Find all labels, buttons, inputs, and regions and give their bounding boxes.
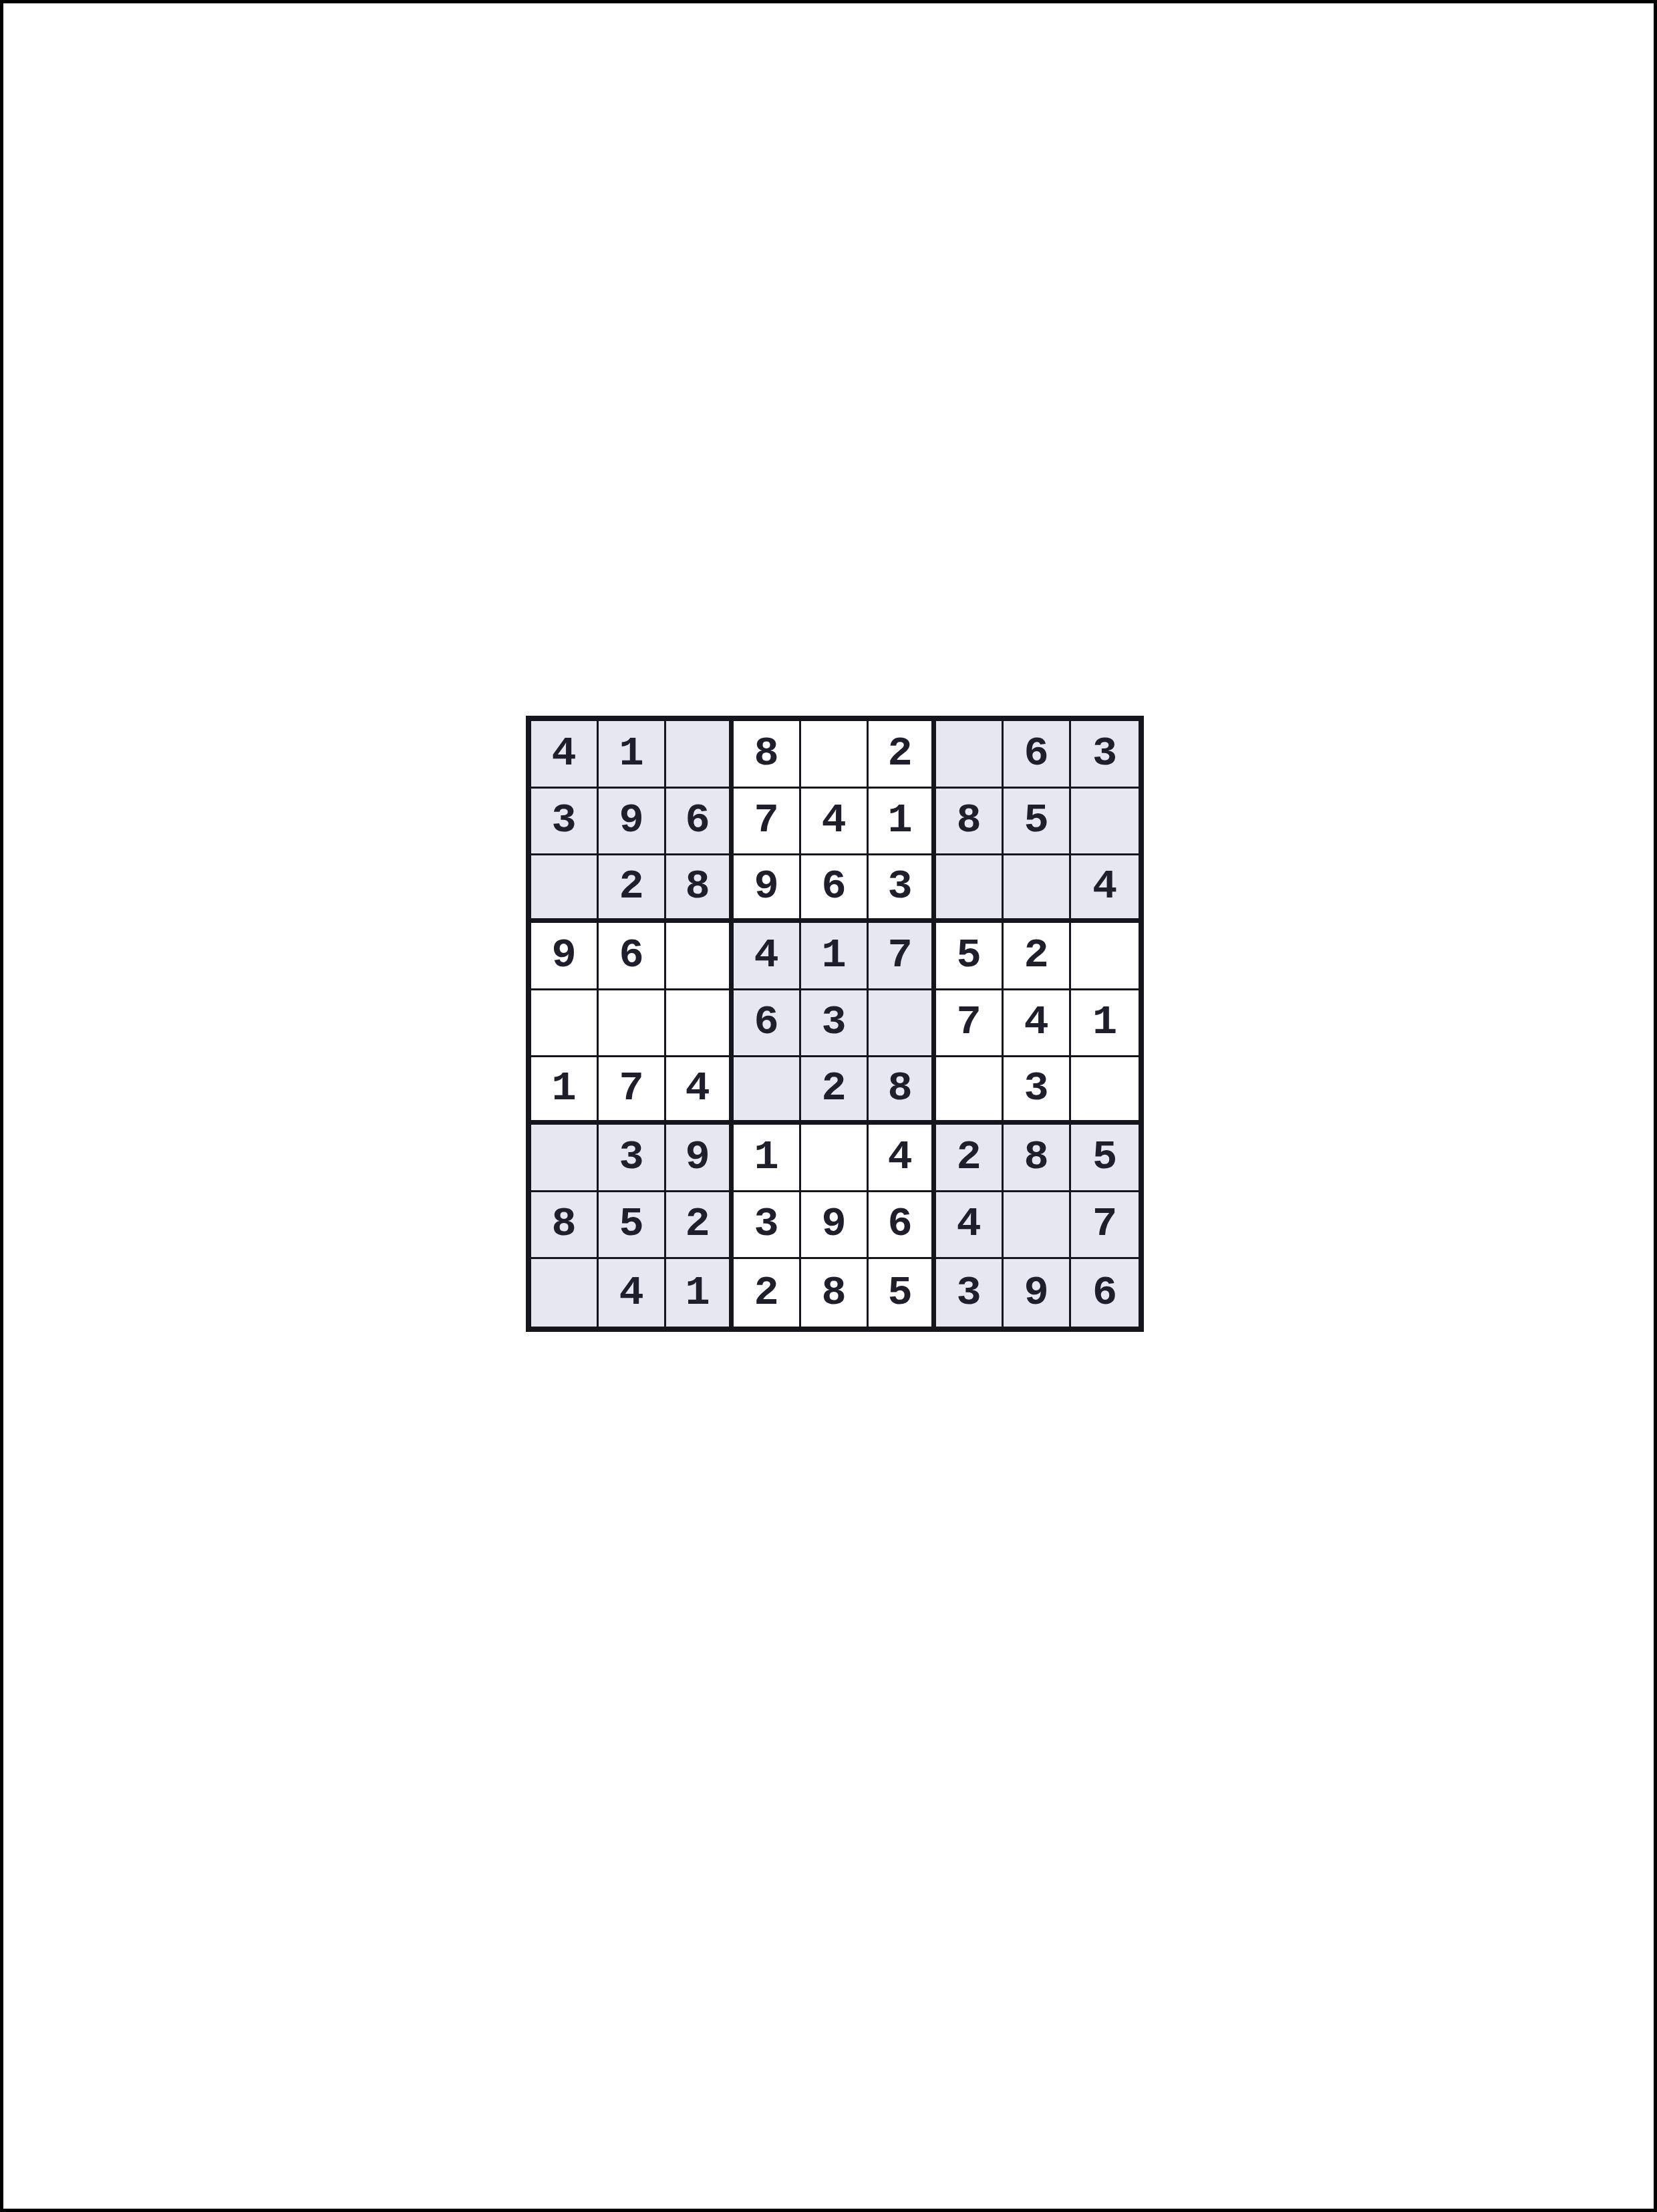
cell-r5c8-given-4: 4 <box>1004 990 1071 1058</box>
cell-r8c5-given-9: 9 <box>801 1192 869 1260</box>
cell-r2c4-given-7: 7 <box>734 789 801 856</box>
cell-r9c2-given-4: 4 <box>599 1259 666 1327</box>
cell-r3c7-empty <box>936 855 1004 923</box>
cell-r6c3-given-4: 4 <box>666 1057 734 1125</box>
cell-r7c8-given-8: 8 <box>1004 1125 1071 1192</box>
cell-r3c1-empty <box>531 855 599 923</box>
cell-r9c3-given-1: 1 <box>666 1259 734 1327</box>
cell-r6c7-empty <box>936 1057 1004 1125</box>
cell-r4c9-empty <box>1071 923 1139 990</box>
cell-r7c6-given-4: 4 <box>869 1125 936 1192</box>
cell-r6c9-empty <box>1071 1057 1139 1125</box>
cell-r3c4-given-9: 9 <box>734 855 801 923</box>
cell-r7c7-given-2: 2 <box>936 1125 1004 1192</box>
cell-r1c6-given-2: 2 <box>869 721 936 789</box>
cell-r3c5-given-6: 6 <box>801 855 869 923</box>
cell-r1c4-given-8: 8 <box>734 721 801 789</box>
cell-r7c9-given-5: 5 <box>1071 1125 1139 1192</box>
cell-r1c5-empty <box>801 721 869 789</box>
cell-r2c1-given-3: 3 <box>531 789 599 856</box>
cell-r7c2-given-3: 3 <box>599 1125 666 1192</box>
cell-r8c1-given-8: 8 <box>531 1192 599 1260</box>
cell-r9c6-given-5: 5 <box>869 1259 936 1327</box>
cell-r9c8-given-9: 9 <box>1004 1259 1071 1327</box>
cell-r1c1-given-4: 4 <box>531 721 599 789</box>
cell-r5c2-empty <box>599 990 666 1058</box>
cell-r2c7-given-8: 8 <box>936 789 1004 856</box>
cell-r7c4-given-1: 1 <box>734 1125 801 1192</box>
cell-r1c2-given-1: 1 <box>599 721 666 789</box>
cell-r8c2-given-5: 5 <box>599 1192 666 1260</box>
cell-r2c9-empty <box>1071 789 1139 856</box>
cell-r5c6-empty <box>869 990 936 1058</box>
cell-r3c9-given-4: 4 <box>1071 855 1139 923</box>
cell-r7c5-empty <box>801 1125 869 1192</box>
cell-r8c7-given-4: 4 <box>936 1192 1004 1260</box>
cell-r4c4-given-4: 4 <box>734 923 801 990</box>
cell-r5c4-given-6: 6 <box>734 990 801 1058</box>
cell-r2c5-given-4: 4 <box>801 789 869 856</box>
cell-r6c6-given-8: 8 <box>869 1057 936 1125</box>
cell-r3c2-given-2: 2 <box>599 855 666 923</box>
cell-r9c5-given-8: 8 <box>801 1259 869 1327</box>
cell-r1c9-given-3: 3 <box>1071 721 1139 789</box>
cell-r6c1-given-1: 1 <box>531 1057 599 1125</box>
cell-r5c7-given-7: 7 <box>936 990 1004 1058</box>
cell-r3c8-empty <box>1004 855 1071 923</box>
cell-r2c6-given-1: 1 <box>869 789 936 856</box>
cell-r6c8-given-3: 3 <box>1004 1057 1071 1125</box>
cell-r5c1-empty <box>531 990 599 1058</box>
cell-r2c3-given-6: 6 <box>666 789 734 856</box>
cell-r9c9-given-6: 6 <box>1071 1259 1139 1327</box>
cell-r3c6-given-3: 3 <box>869 855 936 923</box>
cell-r2c8-given-5: 5 <box>1004 789 1071 856</box>
cell-r9c7-given-3: 3 <box>936 1259 1004 1327</box>
cell-r8c6-given-6: 6 <box>869 1192 936 1260</box>
cell-r4c1-given-9: 9 <box>531 923 599 990</box>
sudoku-board: 4182633967418528963496417526374117428339… <box>526 716 1144 1332</box>
cell-r8c9-given-7: 7 <box>1071 1192 1139 1260</box>
cell-r1c8-given-6: 6 <box>1004 721 1071 789</box>
cell-r2c2-given-9: 9 <box>599 789 666 856</box>
cell-r9c4-given-2: 2 <box>734 1259 801 1327</box>
cell-r4c6-given-7: 7 <box>869 923 936 990</box>
cell-r4c5-given-1: 1 <box>801 923 869 990</box>
cell-r4c7-given-5: 5 <box>936 923 1004 990</box>
cell-r9c1-empty <box>531 1259 599 1327</box>
cell-r8c3-given-2: 2 <box>666 1192 734 1260</box>
cell-r4c2-given-6: 6 <box>599 923 666 990</box>
cell-r7c3-given-9: 9 <box>666 1125 734 1192</box>
cell-r4c8-given-2: 2 <box>1004 923 1071 990</box>
cell-r5c5-given-3: 3 <box>801 990 869 1058</box>
cell-r6c4-empty <box>734 1057 801 1125</box>
cell-r7c1-empty <box>531 1125 599 1192</box>
cell-r3c3-given-8: 8 <box>666 855 734 923</box>
cell-r6c2-given-7: 7 <box>599 1057 666 1125</box>
cell-r1c3-empty <box>666 721 734 789</box>
cell-r5c3-empty <box>666 990 734 1058</box>
cell-r4c3-empty <box>666 923 734 990</box>
cell-r8c8-empty <box>1004 1192 1071 1260</box>
cell-r1c7-empty <box>936 721 1004 789</box>
cell-r8c4-given-3: 3 <box>734 1192 801 1260</box>
printed-page: 4182633967418528963496417526374117428339… <box>0 0 1657 2212</box>
cell-r6c5-given-2: 2 <box>801 1057 869 1125</box>
cell-r5c9-given-1: 1 <box>1071 990 1139 1058</box>
